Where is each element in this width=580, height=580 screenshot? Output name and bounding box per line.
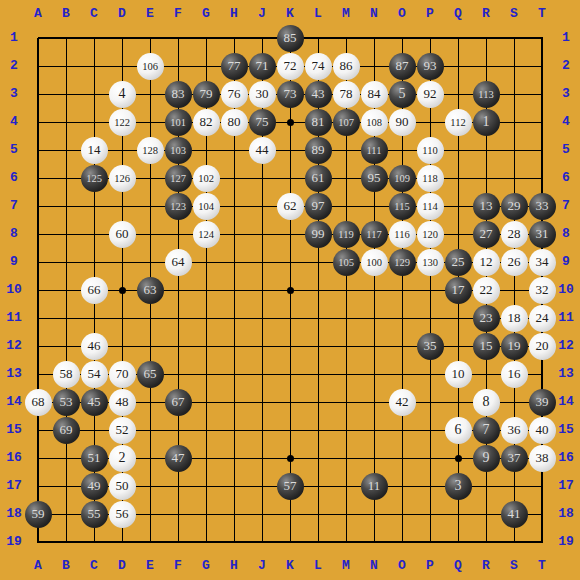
stone-black-T8[interactable]: 31 (529, 221, 556, 248)
stone-black-L3[interactable]: 43 (305, 81, 332, 108)
row-label-right-5: 5 (555, 142, 577, 158)
stone-black-R12[interactable]: 15 (473, 333, 500, 360)
stone-black-S16[interactable]: 37 (501, 445, 528, 472)
stone-black-O3[interactable]: 5 (389, 81, 416, 108)
stone-black-F4[interactable]: 101 (165, 109, 192, 136)
column-label-bottom-M: M (335, 558, 357, 574)
column-label-bottom-D: D (111, 558, 133, 574)
column-label-bottom-K: K (279, 558, 301, 574)
star-point-Q16 (455, 455, 462, 462)
stone-white-N9[interactable]: 100 (361, 249, 388, 276)
stone-white-M3[interactable]: 78 (333, 81, 360, 108)
row-label-right-19: 19 (555, 534, 577, 550)
row-label-right-14: 14 (555, 394, 577, 410)
stone-white-P3[interactable]: 92 (417, 81, 444, 108)
column-label-top-J: J (251, 6, 273, 22)
column-label-top-S: S (503, 6, 525, 22)
stone-white-O4[interactable]: 90 (389, 109, 416, 136)
stone-black-E10[interactable]: 63 (137, 277, 164, 304)
stone-black-E13[interactable]: 65 (137, 361, 164, 388)
row-label-right-15: 15 (555, 422, 577, 438)
stone-black-A18[interactable]: 59 (25, 501, 52, 528)
stone-black-S7[interactable]: 29 (501, 193, 528, 220)
stone-white-T10[interactable]: 32 (529, 277, 556, 304)
stone-white-S9[interactable]: 26 (501, 249, 528, 276)
stone-black-J4[interactable]: 75 (249, 109, 276, 136)
stone-white-J5[interactable]: 44 (249, 137, 276, 164)
column-label-top-K: K (279, 6, 301, 22)
stone-black-S18[interactable]: 41 (501, 501, 528, 528)
stone-white-T15[interactable]: 40 (529, 417, 556, 444)
stone-black-O7[interactable]: 115 (389, 193, 416, 220)
stone-black-L8[interactable]: 99 (305, 221, 332, 248)
column-label-top-E: E (139, 6, 161, 22)
stone-black-K17[interactable]: 57 (277, 473, 304, 500)
go-board[interactable]: AABBCCDDEEFFGGHHJJKKLLMMNNOOPPQQRRSSTT11… (0, 0, 580, 580)
column-label-bottom-T: T (531, 558, 553, 574)
stone-black-C18[interactable]: 55 (81, 501, 108, 528)
stone-white-O14[interactable]: 42 (389, 389, 416, 416)
star-point-K10 (287, 287, 294, 294)
stone-black-O6[interactable]: 109 (389, 165, 416, 192)
column-label-bottom-C: C (83, 558, 105, 574)
row-label-right-10: 10 (555, 282, 577, 298)
row-label-right-1: 1 (555, 30, 577, 46)
stone-black-L6[interactable]: 61 (305, 165, 332, 192)
column-label-top-C: C (83, 6, 105, 22)
row-label-right-8: 8 (555, 226, 577, 242)
stone-white-H4[interactable]: 80 (221, 109, 248, 136)
row-label-right-9: 9 (555, 254, 577, 270)
stone-white-D16[interactable]: 2 (109, 445, 136, 472)
stone-white-H3[interactable]: 76 (221, 81, 248, 108)
stone-black-N6[interactable]: 95 (361, 165, 388, 192)
stone-black-R16[interactable]: 9 (473, 445, 500, 472)
stone-black-R4[interactable]: 1 (473, 109, 500, 136)
stone-white-M2[interactable]: 86 (333, 53, 360, 80)
stone-black-Q10[interactable]: 17 (445, 277, 472, 304)
column-label-top-O: O (391, 6, 413, 22)
row-label-left-15: 15 (3, 422, 25, 438)
grid-hline-12 (38, 346, 543, 347)
row-label-right-13: 13 (555, 366, 577, 382)
stone-white-K7[interactable]: 62 (277, 193, 304, 220)
row-label-left-1: 1 (3, 30, 25, 46)
stone-black-O9[interactable]: 129 (389, 249, 416, 276)
column-label-bottom-S: S (503, 558, 525, 574)
stone-black-N17[interactable]: 11 (361, 473, 388, 500)
stone-black-C6[interactable]: 125 (81, 165, 108, 192)
stone-white-Q4[interactable]: 112 (445, 109, 472, 136)
row-label-left-6: 6 (3, 170, 25, 186)
row-label-left-13: 13 (3, 366, 25, 382)
column-label-top-P: P (419, 6, 441, 22)
row-label-right-17: 17 (555, 478, 577, 494)
column-label-top-Q: Q (447, 6, 469, 22)
row-label-left-14: 14 (3, 394, 25, 410)
column-label-top-B: B (55, 6, 77, 22)
stone-white-D14[interactable]: 48 (109, 389, 136, 416)
row-label-right-2: 2 (555, 58, 577, 74)
stone-white-G8[interactable]: 124 (193, 221, 220, 248)
stone-black-Q17[interactable]: 3 (445, 473, 472, 500)
stone-white-C13[interactable]: 54 (81, 361, 108, 388)
column-label-top-M: M (335, 6, 357, 22)
row-label-right-12: 12 (555, 338, 577, 354)
star-point-K16 (287, 455, 294, 462)
column-label-bottom-J: J (251, 558, 273, 574)
stone-white-T16[interactable]: 38 (529, 445, 556, 472)
column-label-bottom-O: O (391, 558, 413, 574)
row-label-left-4: 4 (3, 114, 25, 130)
stone-white-P8[interactable]: 120 (417, 221, 444, 248)
star-point-D10 (119, 287, 126, 294)
stone-white-G7[interactable]: 104 (193, 193, 220, 220)
stone-black-C16[interactable]: 51 (81, 445, 108, 472)
stone-black-L7[interactable]: 97 (305, 193, 332, 220)
stone-white-B13[interactable]: 58 (53, 361, 80, 388)
row-label-left-9: 9 (3, 254, 25, 270)
row-label-right-16: 16 (555, 450, 577, 466)
stone-white-L2[interactable]: 74 (305, 53, 332, 80)
stone-white-D6[interactable]: 126 (109, 165, 136, 192)
stone-white-D8[interactable]: 60 (109, 221, 136, 248)
stone-white-Q13[interactable]: 10 (445, 361, 472, 388)
row-label-left-12: 12 (3, 338, 25, 354)
stone-white-P5[interactable]: 110 (417, 137, 444, 164)
row-label-left-7: 7 (3, 198, 25, 214)
stone-black-R11[interactable]: 23 (473, 305, 500, 332)
stone-black-R8[interactable]: 27 (473, 221, 500, 248)
stone-black-L5[interactable]: 89 (305, 137, 332, 164)
stone-black-M8[interactable]: 119 (333, 221, 360, 248)
stone-black-F3[interactable]: 83 (165, 81, 192, 108)
stone-white-S11[interactable]: 18 (501, 305, 528, 332)
column-label-top-D: D (111, 6, 133, 22)
stone-white-R9[interactable]: 12 (473, 249, 500, 276)
column-label-top-A: A (27, 6, 49, 22)
stone-black-R15[interactable]: 7 (473, 417, 500, 444)
row-label-right-7: 7 (555, 198, 577, 214)
column-label-bottom-H: H (223, 558, 245, 574)
row-label-left-2: 2 (3, 58, 25, 74)
column-label-top-T: T (531, 6, 553, 22)
column-label-bottom-Q: Q (447, 558, 469, 574)
stone-black-F6[interactable]: 127 (165, 165, 192, 192)
row-label-left-3: 3 (3, 86, 25, 102)
stone-white-G4[interactable]: 82 (193, 109, 220, 136)
stone-white-T11[interactable]: 24 (529, 305, 556, 332)
row-label-left-11: 11 (3, 310, 25, 326)
stone-white-T12[interactable]: 20 (529, 333, 556, 360)
column-label-bottom-F: F (167, 558, 189, 574)
stone-black-R7[interactable]: 13 (473, 193, 500, 220)
stone-black-F5[interactable]: 103 (165, 137, 192, 164)
grid-vline-P (430, 38, 431, 543)
stone-white-P6[interactable]: 118 (417, 165, 444, 192)
column-label-bottom-R: R (475, 558, 497, 574)
stone-white-D15[interactable]: 52 (109, 417, 136, 444)
stone-black-G3[interactable]: 79 (193, 81, 220, 108)
stone-white-D4[interactable]: 122 (109, 109, 136, 136)
column-label-top-R: R (475, 6, 497, 22)
star-point-K4 (287, 119, 294, 126)
row-label-right-6: 6 (555, 170, 577, 186)
stone-white-J3[interactable]: 30 (249, 81, 276, 108)
stone-black-M9[interactable]: 105 (333, 249, 360, 276)
row-label-left-8: 8 (3, 226, 25, 242)
stone-white-S8[interactable]: 28 (501, 221, 528, 248)
column-label-top-H: H (223, 6, 245, 22)
stone-black-N8[interactable]: 117 (361, 221, 388, 248)
row-label-left-10: 10 (3, 282, 25, 298)
stone-white-A14[interactable]: 68 (25, 389, 52, 416)
stone-white-S15[interactable]: 36 (501, 417, 528, 444)
row-label-left-17: 17 (3, 478, 25, 494)
row-label-left-19: 19 (3, 534, 25, 550)
stone-black-N5[interactable]: 111 (361, 137, 388, 164)
stone-white-P7[interactable]: 114 (417, 193, 444, 220)
stone-black-P2[interactable]: 93 (417, 53, 444, 80)
column-label-bottom-G: G (195, 558, 217, 574)
stone-white-E5[interactable]: 128 (137, 137, 164, 164)
stone-white-C10[interactable]: 66 (81, 277, 108, 304)
column-label-bottom-B: B (55, 558, 77, 574)
row-label-left-16: 16 (3, 450, 25, 466)
column-label-bottom-A: A (27, 558, 49, 574)
grid-hline-19 (38, 541, 543, 543)
column-label-top-G: G (195, 6, 217, 22)
row-label-right-3: 3 (555, 86, 577, 102)
stone-white-D17[interactable]: 50 (109, 473, 136, 500)
stone-black-C14[interactable]: 45 (81, 389, 108, 416)
stone-white-S13[interactable]: 16 (501, 361, 528, 388)
stone-black-M4[interactable]: 107 (333, 109, 360, 136)
stone-black-F14[interactable]: 67 (165, 389, 192, 416)
stone-black-F16[interactable]: 47 (165, 445, 192, 472)
column-label-bottom-N: N (363, 558, 385, 574)
row-label-left-5: 5 (3, 142, 25, 158)
stone-white-D3[interactable]: 4 (109, 81, 136, 108)
stone-black-T7[interactable]: 33 (529, 193, 556, 220)
stone-black-K3[interactable]: 73 (277, 81, 304, 108)
row-label-right-11: 11 (555, 310, 577, 326)
stone-white-N3[interactable]: 84 (361, 81, 388, 108)
stone-black-T14[interactable]: 39 (529, 389, 556, 416)
stone-white-R10[interactable]: 22 (473, 277, 500, 304)
row-label-left-18: 18 (3, 506, 25, 522)
stone-black-Q9[interactable]: 25 (445, 249, 472, 276)
column-label-bottom-P: P (419, 558, 441, 574)
stone-white-F9[interactable]: 64 (165, 249, 192, 276)
stone-white-N4[interactable]: 108 (361, 109, 388, 136)
stone-black-J2[interactable]: 71 (249, 53, 276, 80)
stone-black-F7[interactable]: 123 (165, 193, 192, 220)
stone-white-T9[interactable]: 34 (529, 249, 556, 276)
stone-white-D18[interactable]: 56 (109, 501, 136, 528)
stone-white-C5[interactable]: 14 (81, 137, 108, 164)
stone-white-P9[interactable]: 130 (417, 249, 444, 276)
stone-black-R3[interactable]: 113 (473, 81, 500, 108)
column-label-top-F: F (167, 6, 189, 22)
stone-white-O8[interactable]: 116 (389, 221, 416, 248)
column-label-top-L: L (307, 6, 329, 22)
stone-white-E2[interactable]: 106 (137, 53, 164, 80)
column-label-bottom-L: L (307, 558, 329, 574)
column-label-bottom-E: E (139, 558, 161, 574)
row-label-right-4: 4 (555, 114, 577, 130)
stone-black-O2[interactable]: 87 (389, 53, 416, 80)
stone-black-C17[interactable]: 49 (81, 473, 108, 500)
stone-white-K2[interactable]: 72 (277, 53, 304, 80)
stone-black-H2[interactable]: 77 (221, 53, 248, 80)
stone-black-L4[interactable]: 81 (305, 109, 332, 136)
stone-white-D13[interactable]: 70 (109, 361, 136, 388)
stone-black-S12[interactable]: 19 (501, 333, 528, 360)
stone-white-C12[interactable]: 46 (81, 333, 108, 360)
stone-black-P12[interactable]: 35 (417, 333, 444, 360)
stone-black-B15[interactable]: 69 (53, 417, 80, 444)
grid-hline-11 (38, 318, 543, 319)
stone-white-R14[interactable]: 8 (473, 389, 500, 416)
stone-white-G6[interactable]: 102 (193, 165, 220, 192)
column-label-top-N: N (363, 6, 385, 22)
row-label-right-18: 18 (555, 506, 577, 522)
stone-black-B14[interactable]: 53 (53, 389, 80, 416)
stone-white-Q15[interactable]: 6 (445, 417, 472, 444)
stone-black-K1[interactable]: 85 (277, 25, 304, 52)
